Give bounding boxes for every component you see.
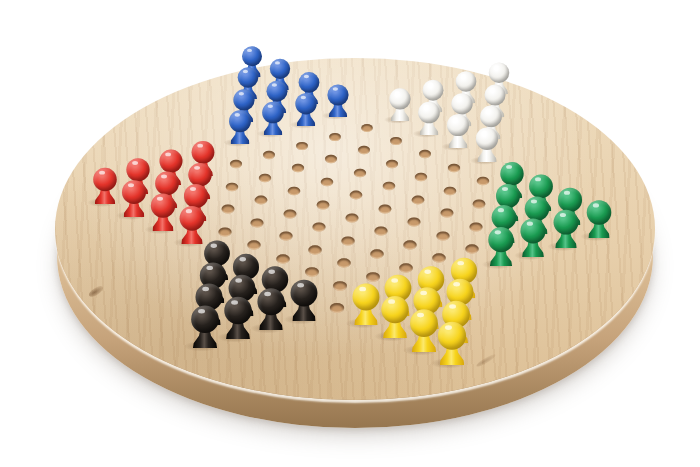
peg-red[interactable] — [93, 164, 117, 203]
peg-head — [554, 209, 579, 234]
peg-green[interactable] — [587, 198, 611, 239]
peg-head — [257, 288, 284, 315]
wood-knot — [475, 353, 497, 368]
peg-head — [295, 93, 316, 114]
peg-head — [352, 283, 379, 310]
board-hole[interactable] — [354, 168, 366, 177]
board-hole[interactable] — [386, 159, 398, 167]
peg-black[interactable] — [225, 293, 252, 339]
peg-white[interactable] — [476, 125, 498, 162]
peg-green[interactable] — [554, 206, 579, 247]
peg-head — [262, 102, 284, 124]
peg-head — [122, 180, 146, 204]
peg-head — [410, 309, 438, 337]
peg-blue[interactable] — [328, 82, 349, 117]
peg-head — [488, 227, 513, 252]
board-hole[interactable] — [284, 209, 297, 218]
board-hole[interactable] — [218, 227, 231, 236]
peg-head — [423, 80, 444, 101]
board-hole[interactable] — [259, 173, 271, 182]
peg-green[interactable] — [488, 224, 513, 266]
peg-red[interactable] — [151, 190, 175, 230]
peg-yellow[interactable] — [352, 280, 379, 325]
peg-head — [242, 46, 262, 66]
peg-head — [587, 201, 611, 225]
peg-blue[interactable] — [262, 99, 284, 135]
peg-head — [93, 167, 117, 191]
board-hole[interactable] — [263, 151, 275, 159]
board-hole[interactable] — [309, 245, 322, 254]
peg-head — [328, 85, 349, 106]
peg-black[interactable] — [290, 276, 317, 321]
peg-head — [521, 218, 546, 243]
board-hole[interactable] — [469, 222, 482, 231]
peg-head — [390, 89, 411, 110]
product-photo-scene — [0, 0, 700, 467]
board-hole[interactable] — [329, 133, 341, 141]
peg-head — [299, 72, 320, 93]
peg-head — [192, 306, 220, 334]
board-hole[interactable] — [358, 146, 370, 154]
board-hole[interactable] — [288, 187, 301, 196]
peg-black[interactable] — [257, 285, 284, 330]
peg-white[interactable] — [418, 99, 440, 135]
peg-blue[interactable] — [229, 108, 251, 144]
peg-blue[interactable] — [295, 91, 316, 127]
peg-head — [438, 322, 466, 350]
board-hole[interactable] — [341, 236, 354, 245]
peg-head — [270, 59, 290, 79]
peg-head — [225, 297, 252, 324]
board-hole[interactable] — [436, 231, 449, 240]
peg-head — [179, 206, 204, 231]
peg-head — [418, 102, 440, 124]
peg-yellow[interactable] — [410, 306, 438, 352]
board-hole[interactable] — [296, 142, 308, 150]
board-hole[interactable] — [325, 155, 337, 163]
board-hole[interactable] — [382, 182, 395, 191]
board-hole[interactable] — [362, 123, 374, 131]
peg-red[interactable] — [179, 203, 204, 244]
peg-white[interactable] — [447, 112, 469, 149]
peg-head — [447, 114, 469, 136]
board-hole[interactable] — [411, 195, 424, 204]
peg-head — [229, 111, 251, 133]
board-hole[interactable] — [226, 182, 239, 191]
peg-yellow[interactable] — [438, 319, 466, 366]
peg-black[interactable] — [192, 302, 220, 348]
board-hole[interactable] — [444, 186, 457, 195]
board-hole[interactable] — [317, 200, 330, 209]
board-hole[interactable] — [251, 218, 264, 227]
peg-yellow[interactable] — [381, 293, 408, 339]
peg-head — [290, 279, 317, 306]
peg-head — [488, 62, 508, 82]
peg-head — [455, 71, 476, 92]
wood-knot — [87, 284, 104, 298]
peg-head — [476, 127, 498, 149]
board-hole[interactable] — [378, 204, 391, 213]
board-hole[interactable] — [346, 214, 359, 223]
board-hole[interactable] — [321, 178, 333, 187]
peg-red[interactable] — [122, 177, 146, 217]
peg-head — [381, 296, 408, 323]
board-hole[interactable] — [440, 209, 453, 218]
peg-head — [151, 193, 175, 217]
peg-white[interactable] — [390, 86, 411, 121]
peg-head — [237, 67, 258, 88]
board-hole[interactable] — [403, 240, 416, 249]
peg-green[interactable] — [521, 215, 546, 257]
